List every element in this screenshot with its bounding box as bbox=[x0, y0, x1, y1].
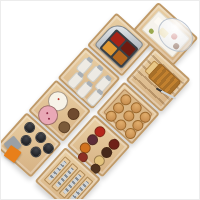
black-cup bbox=[22, 120, 38, 136]
chocolate-bowl bbox=[65, 105, 82, 122]
product-photo bbox=[0, 0, 200, 200]
chocolate-bowl bbox=[56, 119, 73, 136]
black-cup bbox=[28, 144, 44, 160]
buffet-band bbox=[0, 0, 200, 200]
black-cup bbox=[41, 141, 57, 157]
